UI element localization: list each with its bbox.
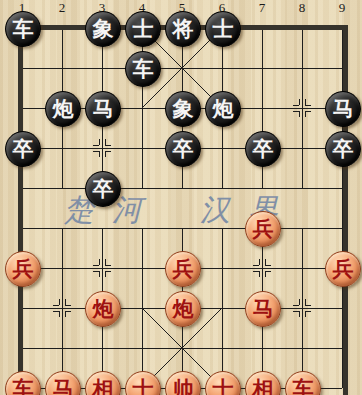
file-label: 9 [336, 1, 348, 15]
red-cannon[interactable]: 炮 [165, 291, 201, 327]
black-chariot[interactable]: 车 [5, 11, 41, 47]
red-soldier[interactable]: 兵 [325, 251, 361, 287]
file-label: 7 [256, 1, 268, 15]
black-horse[interactable]: 马 [325, 91, 361, 127]
red-cannon[interactable]: 炮 [85, 291, 121, 327]
black-soldier[interactable]: 卒 [325, 131, 361, 167]
file-label: 2 [56, 1, 68, 15]
black-soldier[interactable]: 卒 [85, 171, 121, 207]
red-soldier[interactable]: 兵 [5, 251, 41, 287]
black-soldier[interactable]: 卒 [245, 131, 281, 167]
black-soldier[interactable]: 卒 [5, 131, 41, 167]
black-chariot[interactable]: 车 [125, 51, 161, 87]
black-cannon[interactable]: 炮 [205, 91, 241, 127]
black-cannon[interactable]: 炮 [45, 91, 81, 127]
black-advisor[interactable]: 士 [205, 11, 241, 47]
red-horse[interactable]: 马 [245, 291, 281, 327]
black-advisor[interactable]: 士 [125, 11, 161, 47]
red-soldier[interactable]: 兵 [245, 211, 281, 247]
file-label: 8 [296, 1, 308, 15]
black-soldier[interactable]: 卒 [165, 131, 201, 167]
red-soldier[interactable]: 兵 [165, 251, 201, 287]
black-general[interactable]: 将 [165, 11, 201, 47]
black-horse[interactable]: 马 [85, 91, 121, 127]
xiangqi-board: 楚河 汉界 123456789 车象士将士车炮马象炮马卒卒卒卒卒兵兵兵兵炮炮马车… [0, 0, 362, 395]
black-elephant[interactable]: 象 [165, 91, 201, 127]
board-grid: 楚河 汉界 [0, 0, 362, 395]
black-elephant[interactable]: 象 [85, 11, 121, 47]
